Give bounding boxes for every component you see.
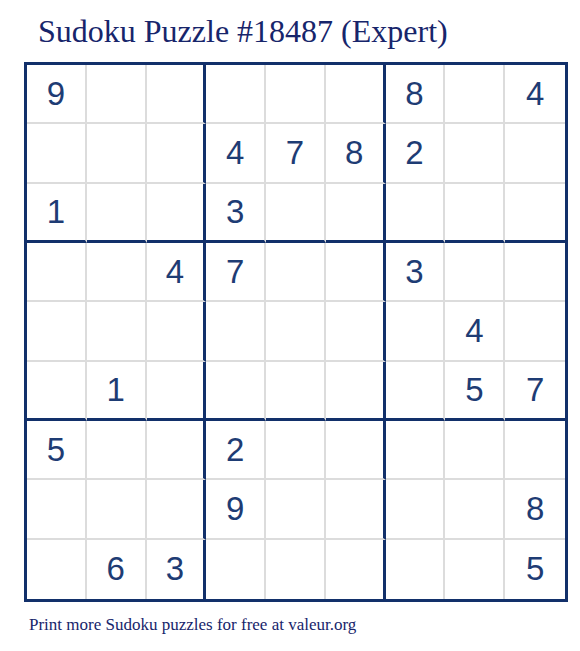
cell-r5c1[interactable]: [27, 302, 87, 361]
cell-r1c3[interactable]: [147, 65, 207, 124]
cell-r3c6[interactable]: [326, 184, 386, 243]
cell-r1c4[interactable]: [206, 65, 266, 124]
sudoku-page: Sudoku Puzzle #18487 (Expert) 9844782134…: [0, 0, 580, 651]
sudoku-board: 98447821347341575298635: [24, 62, 568, 602]
cell-r3c7[interactable]: [386, 184, 446, 243]
cell-r6c2[interactable]: 1: [87, 362, 147, 421]
cell-r5c7[interactable]: [386, 302, 446, 361]
cell-r9c5[interactable]: [266, 540, 326, 599]
cell-r4c8[interactable]: [445, 243, 505, 302]
cell-r3c1[interactable]: 1: [27, 184, 87, 243]
cell-r6c9[interactable]: 7: [505, 362, 565, 421]
cell-r2c5[interactable]: 7: [266, 124, 326, 183]
cell-r8c4[interactable]: 9: [206, 480, 266, 539]
cell-r8c9[interactable]: 8: [505, 480, 565, 539]
cell-r3c5[interactable]: [266, 184, 326, 243]
cell-r2c7[interactable]: 2: [386, 124, 446, 183]
cell-r8c5[interactable]: [266, 480, 326, 539]
cell-r3c2[interactable]: [87, 184, 147, 243]
cell-r8c1[interactable]: [27, 480, 87, 539]
cell-r6c5[interactable]: [266, 362, 326, 421]
cell-r7c4[interactable]: 2: [206, 421, 266, 480]
cell-r7c1[interactable]: 5: [27, 421, 87, 480]
cell-r6c8[interactable]: 5: [445, 362, 505, 421]
cell-r2c1[interactable]: [27, 124, 87, 183]
cell-r1c1[interactable]: 9: [27, 65, 87, 124]
cell-r8c7[interactable]: [386, 480, 446, 539]
cell-r9c8[interactable]: [445, 540, 505, 599]
cell-r5c5[interactable]: [266, 302, 326, 361]
cell-r6c7[interactable]: [386, 362, 446, 421]
cell-r5c3[interactable]: [147, 302, 207, 361]
cell-r4c5[interactable]: [266, 243, 326, 302]
cell-r5c8[interactable]: 4: [445, 302, 505, 361]
cell-r3c9[interactable]: [505, 184, 565, 243]
cell-r4c6[interactable]: [326, 243, 386, 302]
cell-r6c1[interactable]: [27, 362, 87, 421]
cell-r2c4[interactable]: 4: [206, 124, 266, 183]
cell-r2c9[interactable]: [505, 124, 565, 183]
cell-r9c1[interactable]: [27, 540, 87, 599]
cell-r2c3[interactable]: [147, 124, 207, 183]
cell-r5c4[interactable]: [206, 302, 266, 361]
cell-r6c6[interactable]: [326, 362, 386, 421]
cell-r7c6[interactable]: [326, 421, 386, 480]
cell-r9c7[interactable]: [386, 540, 446, 599]
cell-r4c3[interactable]: 4: [147, 243, 207, 302]
cell-r1c5[interactable]: [266, 65, 326, 124]
cell-r9c3[interactable]: 3: [147, 540, 207, 599]
cell-r8c6[interactable]: [326, 480, 386, 539]
cell-r1c7[interactable]: 8: [386, 65, 446, 124]
cell-r6c3[interactable]: [147, 362, 207, 421]
footer-text: Print more Sudoku puzzles for free at va…: [29, 615, 356, 635]
cell-r6c4[interactable]: [206, 362, 266, 421]
cell-r4c2[interactable]: [87, 243, 147, 302]
cell-r5c2[interactable]: [87, 302, 147, 361]
cell-r4c4[interactable]: 7: [206, 243, 266, 302]
cell-r1c6[interactable]: [326, 65, 386, 124]
cell-r3c8[interactable]: [445, 184, 505, 243]
page-title: Sudoku Puzzle #18487 (Expert): [38, 13, 448, 49]
cell-r1c2[interactable]: [87, 65, 147, 124]
cell-r7c3[interactable]: [147, 421, 207, 480]
cell-r7c9[interactable]: [505, 421, 565, 480]
cell-r3c4[interactable]: 3: [206, 184, 266, 243]
cell-r8c8[interactable]: [445, 480, 505, 539]
cell-r5c9[interactable]: [505, 302, 565, 361]
cell-r4c7[interactable]: 3: [386, 243, 446, 302]
cell-r9c2[interactable]: 6: [87, 540, 147, 599]
cell-r2c2[interactable]: [87, 124, 147, 183]
cell-r1c9[interactable]: 4: [505, 65, 565, 124]
cell-r8c3[interactable]: [147, 480, 207, 539]
cell-r4c1[interactable]: [27, 243, 87, 302]
cell-r7c8[interactable]: [445, 421, 505, 480]
cell-r3c3[interactable]: [147, 184, 207, 243]
cell-r2c6[interactable]: 8: [326, 124, 386, 183]
cell-r9c9[interactable]: 5: [505, 540, 565, 599]
cell-r1c8[interactable]: [445, 65, 505, 124]
cell-r8c2[interactable]: [87, 480, 147, 539]
cell-r9c6[interactable]: [326, 540, 386, 599]
cell-r7c2[interactable]: [87, 421, 147, 480]
cell-r7c5[interactable]: [266, 421, 326, 480]
cell-r5c6[interactable]: [326, 302, 386, 361]
cell-r7c7[interactable]: [386, 421, 446, 480]
cell-r9c4[interactable]: [206, 540, 266, 599]
cell-r2c8[interactable]: [445, 124, 505, 183]
cell-r4c9[interactable]: [505, 243, 565, 302]
